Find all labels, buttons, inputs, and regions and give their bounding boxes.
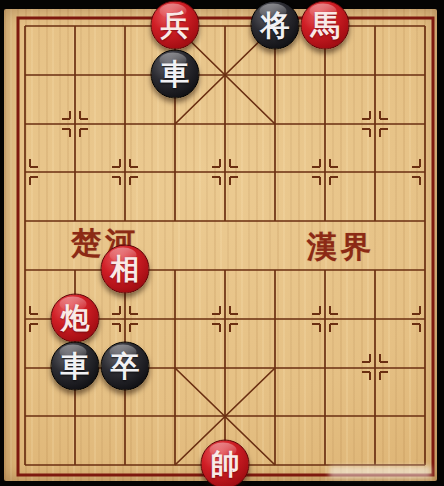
piece-black-soldier[interactable]: 卒 [101, 342, 150, 391]
piece-glyph: 将 [261, 11, 290, 40]
piece-glyph: 兵 [161, 11, 190, 40]
piece-glyph: 車 [161, 60, 190, 89]
piece-glyph: 相 [111, 255, 140, 284]
piece-glyph: 車 [61, 352, 90, 381]
piece-glyph: 卒 [111, 352, 140, 381]
piece-glyph: 帥 [211, 450, 240, 479]
piece-glyph: 炮 [61, 304, 90, 333]
board-grid[interactable] [0, 0, 444, 486]
piece-red-elephant[interactable]: 相 [101, 245, 150, 294]
piece-red-general[interactable]: 帥 [201, 440, 250, 486]
watermark-smudge [329, 466, 431, 478]
piece-red-soldier[interactable]: 兵 [151, 1, 200, 50]
piece-glyph: 馬 [311, 11, 340, 40]
xiangqi-screenshot: 楚河 漢界 兵将馬車相炮車卒帥 [0, 0, 444, 486]
piece-red-cannon[interactable]: 炮 [51, 294, 100, 343]
piece-red-horse[interactable]: 馬 [301, 1, 350, 50]
piece-black-chariot-a[interactable]: 車 [151, 50, 200, 99]
piece-black-general[interactable]: 将 [251, 1, 300, 50]
river-label-han-jie: 漢界 [307, 232, 375, 262]
piece-black-chariot-b[interactable]: 車 [51, 342, 100, 391]
